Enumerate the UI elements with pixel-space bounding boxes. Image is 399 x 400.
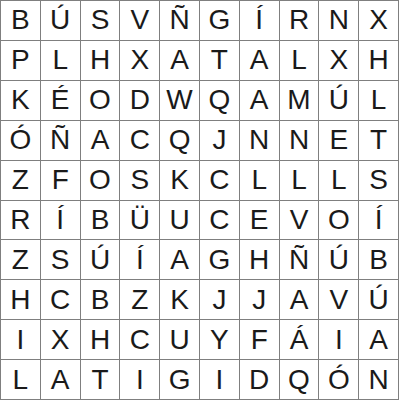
grid-cell[interactable]: S — [41, 240, 81, 280]
grid-cell[interactable]: A — [41, 360, 81, 400]
grid-cell[interactable]: X — [319, 41, 359, 81]
grid-cell[interactable]: S — [81, 1, 121, 41]
grid-cell[interactable]: L — [240, 161, 280, 201]
grid-cell[interactable]: C — [120, 320, 160, 360]
grid-cell[interactable]: C — [200, 201, 240, 241]
grid-cell[interactable]: C — [200, 161, 240, 201]
grid-cell[interactable]: I — [319, 320, 359, 360]
grid-cell[interactable]: A — [240, 81, 280, 121]
grid-cell[interactable]: C — [41, 280, 81, 320]
grid-cell[interactable]: Á — [280, 320, 320, 360]
grid-cell[interactable]: Y — [200, 320, 240, 360]
grid-cell[interactable]: L — [359, 81, 399, 121]
grid-cell[interactable]: K — [160, 280, 200, 320]
grid-cell[interactable]: A — [160, 41, 200, 81]
grid-cell[interactable]: X — [359, 1, 399, 41]
word-search-grid: B Ú S V Ñ G Í R N X P L H X A T A L X H … — [0, 0, 399, 400]
grid-cell[interactable]: A — [280, 280, 320, 320]
grid-cell[interactable]: E — [319, 121, 359, 161]
grid-cell[interactable]: Ñ — [41, 121, 81, 161]
grid-cell[interactable]: S — [120, 161, 160, 201]
grid-cell[interactable]: T — [359, 121, 399, 161]
grid-cell[interactable]: L — [41, 41, 81, 81]
grid-cell[interactable]: A — [81, 121, 121, 161]
grid-cell[interactable]: Ü — [120, 201, 160, 241]
grid-cell[interactable]: U — [160, 320, 200, 360]
grid-cell[interactable]: N — [240, 121, 280, 161]
grid-cell[interactable]: I — [120, 360, 160, 400]
grid-cell[interactable]: T — [200, 41, 240, 81]
grid-cell[interactable]: J — [200, 121, 240, 161]
grid-cell[interactable]: Ú — [319, 240, 359, 280]
grid-cell[interactable]: B — [359, 240, 399, 280]
grid-cell[interactable]: Ú — [41, 1, 81, 41]
grid-cell[interactable]: A — [160, 240, 200, 280]
grid-cell[interactable]: Ó — [1, 121, 41, 161]
grid-cell[interactable]: H — [359, 41, 399, 81]
grid-cell[interactable]: A — [359, 320, 399, 360]
grid-cell[interactable]: S — [359, 161, 399, 201]
grid-cell[interactable]: C — [120, 121, 160, 161]
grid-cell[interactable]: R — [280, 1, 320, 41]
grid-cell[interactable]: X — [41, 320, 81, 360]
grid-cell[interactable]: L — [319, 161, 359, 201]
grid-cell[interactable]: R — [1, 201, 41, 241]
grid-cell[interactable]: T — [81, 360, 121, 400]
grid-cell[interactable]: Z — [1, 240, 41, 280]
grid-cell[interactable]: L — [280, 161, 320, 201]
grid-cell[interactable]: G — [200, 1, 240, 41]
grid-cell[interactable]: I — [1, 320, 41, 360]
grid-cell[interactable]: H — [240, 240, 280, 280]
grid-cell[interactable]: J — [240, 280, 280, 320]
grid-cell[interactable]: I — [200, 360, 240, 400]
grid-cell[interactable]: Ú — [81, 240, 121, 280]
grid-cell[interactable]: G — [200, 240, 240, 280]
grid-cell[interactable]: H — [1, 280, 41, 320]
grid-cell[interactable]: F — [240, 320, 280, 360]
grid-cell[interactable]: D — [240, 360, 280, 400]
grid-cell[interactable]: Q — [200, 81, 240, 121]
grid-cell[interactable]: B — [1, 1, 41, 41]
grid-cell[interactable]: E — [240, 201, 280, 241]
grid-cell[interactable]: Í — [41, 201, 81, 241]
grid-cell[interactable]: H — [81, 41, 121, 81]
grid-cell[interactable]: P — [1, 41, 41, 81]
grid-cell[interactable]: Q — [280, 360, 320, 400]
grid-cell[interactable]: Í — [359, 201, 399, 241]
grid-cell[interactable]: F — [41, 161, 81, 201]
grid-cell[interactable]: B — [81, 201, 121, 241]
grid-cell[interactable]: O — [319, 201, 359, 241]
grid-cell[interactable]: Z — [1, 161, 41, 201]
grid-cell[interactable]: K — [160, 161, 200, 201]
grid-cell[interactable]: V — [280, 201, 320, 241]
grid-cell[interactable]: D — [120, 81, 160, 121]
grid-cell[interactable]: W — [160, 81, 200, 121]
grid-cell[interactable]: K — [1, 81, 41, 121]
grid-cell[interactable]: V — [319, 280, 359, 320]
grid-cell[interactable]: L — [1, 360, 41, 400]
grid-cell[interactable]: X — [120, 41, 160, 81]
grid-cell[interactable]: N — [280, 121, 320, 161]
grid-cell[interactable]: G — [160, 360, 200, 400]
grid-cell[interactable]: Z — [120, 280, 160, 320]
grid-cell[interactable]: Í — [120, 240, 160, 280]
grid-cell[interactable]: Ú — [319, 81, 359, 121]
grid-cell[interactable]: Ñ — [280, 240, 320, 280]
grid-cell[interactable]: Í — [240, 1, 280, 41]
grid-cell[interactable]: O — [81, 161, 121, 201]
grid-cell[interactable]: Ú — [359, 280, 399, 320]
grid-cell[interactable]: O — [81, 81, 121, 121]
grid-cell[interactable]: A — [240, 41, 280, 81]
grid-cell[interactable]: N — [319, 1, 359, 41]
grid-cell[interactable]: Q — [160, 121, 200, 161]
grid-cell[interactable]: J — [200, 280, 240, 320]
grid-cell[interactable]: Ó — [319, 360, 359, 400]
grid-cell[interactable]: H — [81, 320, 121, 360]
grid-cell[interactable]: B — [81, 280, 121, 320]
grid-cell[interactable]: V — [120, 1, 160, 41]
grid-cell[interactable]: U — [160, 201, 200, 241]
grid-cell[interactable]: Ñ — [160, 1, 200, 41]
grid-cell[interactable]: L — [280, 41, 320, 81]
grid-cell[interactable]: N — [359, 360, 399, 400]
grid-cell[interactable]: É — [41, 81, 81, 121]
grid-cell[interactable]: M — [280, 81, 320, 121]
